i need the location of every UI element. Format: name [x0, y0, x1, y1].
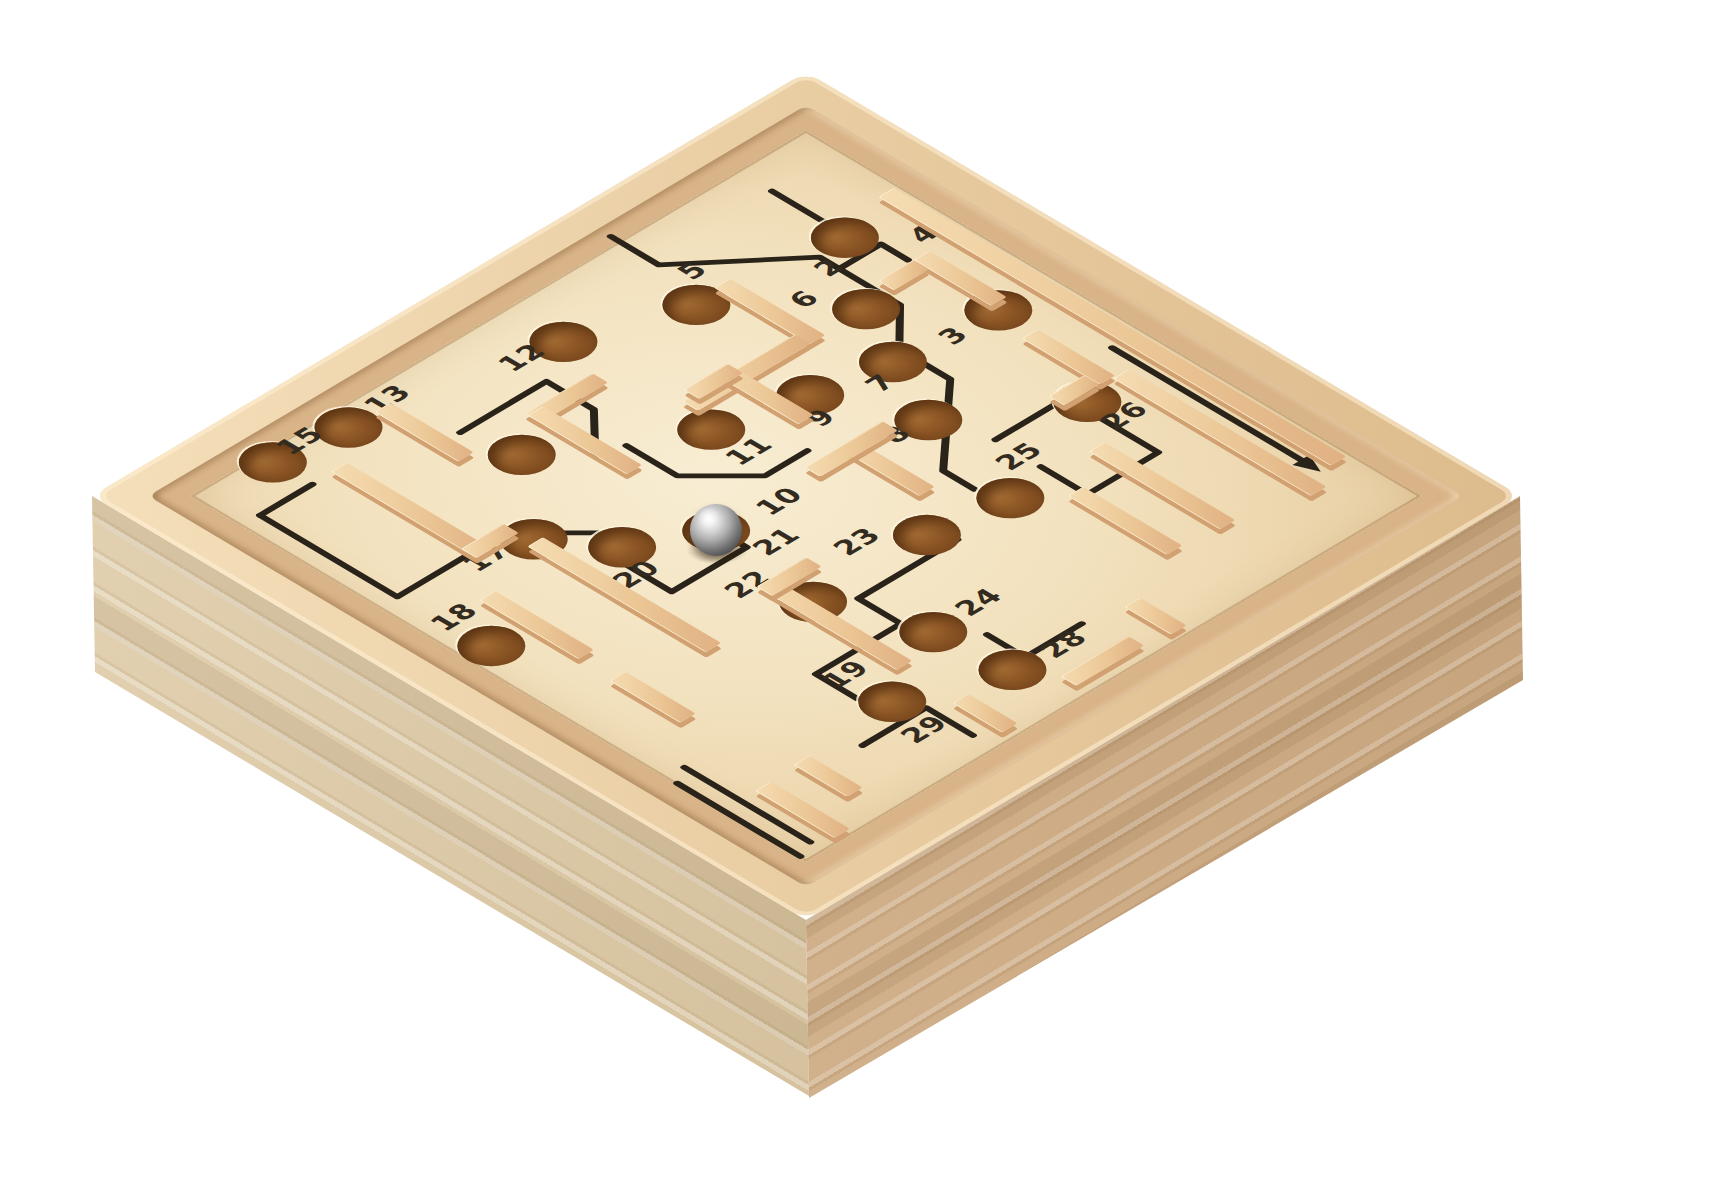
steel-ball [690, 504, 742, 556]
labyrinth-game-photo: 2345678910111213151718192021222324252628… [0, 0, 1724, 1200]
guide-path-segment [772, 191, 824, 222]
guide-path-segment [460, 381, 633, 484]
guide-path-segment [260, 484, 312, 515]
